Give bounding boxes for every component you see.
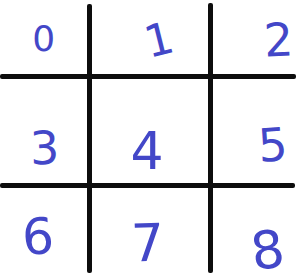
board-grid: 0 1 2 3 4 5 6 7 8 [0, 0, 304, 280]
grid-line-vertical-right [208, 3, 213, 273]
grid-line-horizontal-top [0, 74, 296, 79]
digit-2: 2 [262, 17, 294, 64]
digit-4: 4 [130, 125, 163, 177]
cell-r2c2[interactable]: 8 [211, 186, 305, 280]
digit-6: 6 [21, 211, 55, 263]
digit-0: 0 [32, 21, 55, 57]
grid-line-horizontal-bottom [0, 183, 295, 188]
cell-r1c1[interactable]: 4 [90, 77, 211, 186]
cell-r2c0[interactable]: 6 [0, 186, 90, 280]
cell-r2c1[interactable]: 7 [90, 186, 211, 280]
digit-7: 7 [131, 216, 166, 269]
digit-3: 3 [29, 125, 60, 172]
cell-r1c0[interactable]: 3 [0, 77, 90, 186]
grid-line-vertical-left [87, 4, 92, 273]
digit-8: 8 [247, 222, 287, 278]
digit-1: 1 [140, 16, 178, 65]
cell-r1c2[interactable]: 5 [211, 77, 305, 186]
cell-r0c1[interactable]: 1 [90, 0, 211, 77]
cell-r0c0[interactable]: 0 [0, 0, 90, 77]
cell-r0c2[interactable]: 2 [211, 0, 305, 77]
digit-5: 5 [256, 121, 288, 169]
hand-drawn-numbered-grid: 0 1 2 3 4 5 6 7 8 [0, 0, 304, 280]
